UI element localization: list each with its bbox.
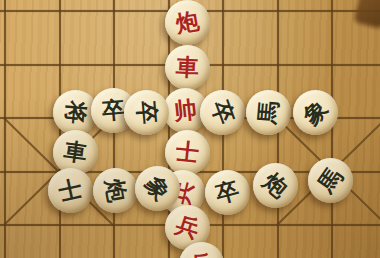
- advisor-glyph: 士: [174, 139, 199, 164]
- cannon-glyph: 炮: [174, 9, 201, 36]
- piece-black-cannon-2[interactable]: 炮: [253, 163, 298, 208]
- piece-black-horse-1[interactable]: 馬: [246, 90, 291, 135]
- piece-black-advisor-1[interactable]: 士: [48, 168, 93, 213]
- piece-black-cannon-1[interactable]: 炮: [93, 168, 138, 213]
- soldier-glyph: 卒: [134, 100, 159, 125]
- board-grid-line: [331, 0, 333, 258]
- piece-red-chariot-1[interactable]: 車: [165, 45, 210, 90]
- general-glyph: 帅: [172, 97, 197, 122]
- soldier-glyph: 兵: [190, 253, 213, 258]
- elephant-glyph: 象: [141, 172, 173, 204]
- elephant-glyph: 象: [299, 96, 332, 129]
- cannon-glyph: 炮: [259, 169, 291, 201]
- piece-black-soldier-2[interactable]: 卒: [124, 90, 169, 135]
- piece-black-elephant-1[interactable]: 象: [293, 90, 338, 135]
- chariot-glyph: 車: [62, 139, 88, 165]
- horse-glyph: 馬: [256, 100, 281, 125]
- board-grid-line: [4, 0, 6, 258]
- piece-red-cannon-1[interactable]: 炮: [165, 0, 210, 45]
- soldier-glyph: 卒: [207, 97, 236, 126]
- general-glyph: 将: [63, 100, 88, 125]
- piece-black-elephant-2[interactable]: 象: [135, 166, 180, 211]
- blurred-wood-object: [353, 0, 380, 29]
- piece-red-advisor-1[interactable]: 士: [165, 130, 210, 175]
- piece-black-soldier-3[interactable]: 卒: [200, 90, 245, 135]
- piece-black-soldier-4[interactable]: 卒: [205, 170, 250, 215]
- piece-black-horse-2[interactable]: 馬: [308, 158, 353, 203]
- soldier-glyph: 兵: [173, 213, 202, 242]
- advisor-glyph: 士: [56, 176, 83, 203]
- chariot-glyph: 車: [175, 55, 199, 79]
- xiangqi-board: 炮車帅士兵兵兵将卒卒卒馬象車士炮象卒炮馬: [0, 0, 380, 258]
- cannon-glyph: 炮: [102, 177, 129, 204]
- soldier-glyph: 卒: [101, 98, 126, 123]
- horse-glyph: 馬: [314, 164, 346, 196]
- soldier-glyph: 卒: [213, 178, 241, 206]
